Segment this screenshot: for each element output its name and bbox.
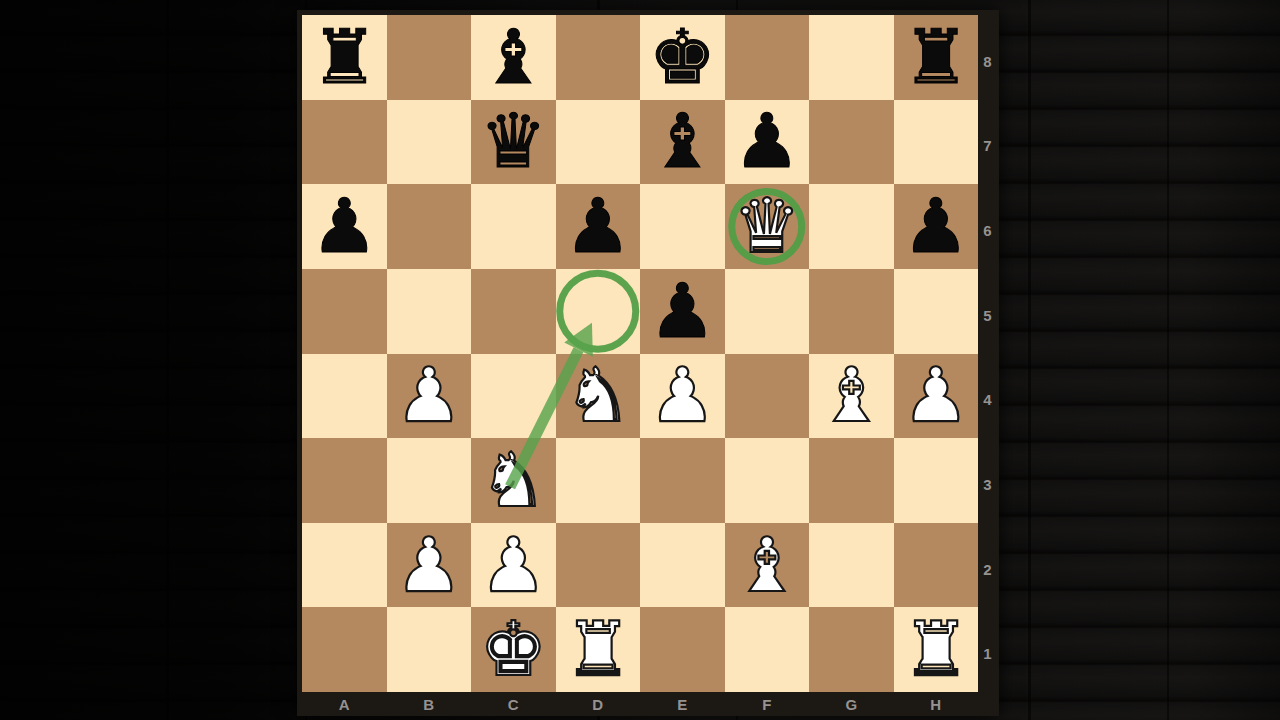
square-e5[interactable] [640,269,725,354]
file-label-b: B [387,695,472,714]
square-e8[interactable] [640,15,725,100]
square-b3[interactable] [387,438,472,523]
square-d8[interactable] [556,15,641,100]
square-h3[interactable] [894,438,979,523]
square-d7[interactable] [556,100,641,185]
rank-label-8: 8 [978,15,997,100]
square-e1[interactable] [640,607,725,692]
square-d3[interactable] [556,438,641,523]
square-a6[interactable] [302,184,387,269]
square-f4[interactable] [725,354,810,439]
file-label-d: D [556,695,641,714]
rank-label-6: 6 [978,184,997,269]
square-f6[interactable] [725,184,810,269]
square-a5[interactable] [302,269,387,354]
square-a3[interactable] [302,438,387,523]
square-h4[interactable] [894,354,979,439]
square-d1[interactable] [556,607,641,692]
rank-label-3: 3 [978,438,997,523]
chess-board-frame: ♜♝♚♜♛♝♟♟♟♛♟♟♟♞♟♝♟♞♟♟♝♚♜♜ ABCDEFGH 876543… [297,10,999,716]
square-c5[interactable] [471,269,556,354]
square-g5[interactable] [809,269,894,354]
square-d2[interactable] [556,523,641,608]
square-c2[interactable] [471,523,556,608]
square-c1[interactable] [471,607,556,692]
rank-label-5: 5 [978,269,997,354]
square-b4[interactable] [387,354,472,439]
square-c4[interactable] [471,354,556,439]
rank-label-1: 1 [978,607,997,692]
square-a8[interactable] [302,15,387,100]
file-label-c: C [471,695,556,714]
square-f1[interactable] [725,607,810,692]
square-a7[interactable] [302,100,387,185]
square-c8[interactable] [471,15,556,100]
square-b7[interactable] [387,100,472,185]
square-f2[interactable] [725,523,810,608]
square-e3[interactable] [640,438,725,523]
file-labels: ABCDEFGH [302,695,978,714]
square-g1[interactable] [809,607,894,692]
square-h2[interactable] [894,523,979,608]
file-label-h: H [894,695,979,714]
square-h7[interactable] [894,100,979,185]
square-g7[interactable] [809,100,894,185]
square-b5[interactable] [387,269,472,354]
square-h1[interactable] [894,607,979,692]
square-c6[interactable] [471,184,556,269]
square-f5[interactable] [725,269,810,354]
rank-label-4: 4 [978,354,997,439]
file-label-a: A [302,695,387,714]
square-b6[interactable] [387,184,472,269]
square-b1[interactable] [387,607,472,692]
square-d6[interactable] [556,184,641,269]
square-f3[interactable] [725,438,810,523]
square-h8[interactable] [894,15,979,100]
square-g6[interactable] [809,184,894,269]
rank-label-2: 2 [978,523,997,608]
file-label-f: F [725,695,810,714]
square-b8[interactable] [387,15,472,100]
chess-board[interactable] [302,15,978,692]
square-c3[interactable] [471,438,556,523]
rank-label-7: 7 [978,100,997,185]
square-e6[interactable] [640,184,725,269]
square-c7[interactable] [471,100,556,185]
square-a2[interactable] [302,523,387,608]
square-g2[interactable] [809,523,894,608]
square-e2[interactable] [640,523,725,608]
video-frame: ♜♝♚♜♛♝♟♟♟♛♟♟♟♞♟♝♟♞♟♟♝♚♜♜ ABCDEFGH 876543… [0,0,1280,720]
square-g4[interactable] [809,354,894,439]
square-b2[interactable] [387,523,472,608]
square-f7[interactable] [725,100,810,185]
square-e4[interactable] [640,354,725,439]
square-h6[interactable] [894,184,979,269]
file-label-e: E [640,695,725,714]
square-f8[interactable] [725,15,810,100]
file-label-g: G [809,695,894,714]
square-g8[interactable] [809,15,894,100]
square-g3[interactable] [809,438,894,523]
square-e7[interactable] [640,100,725,185]
square-h5[interactable] [894,269,979,354]
rank-labels: 87654321 [978,15,997,692]
square-a1[interactable] [302,607,387,692]
square-d5[interactable] [556,269,641,354]
square-d4[interactable] [556,354,641,439]
square-a4[interactable] [302,354,387,439]
